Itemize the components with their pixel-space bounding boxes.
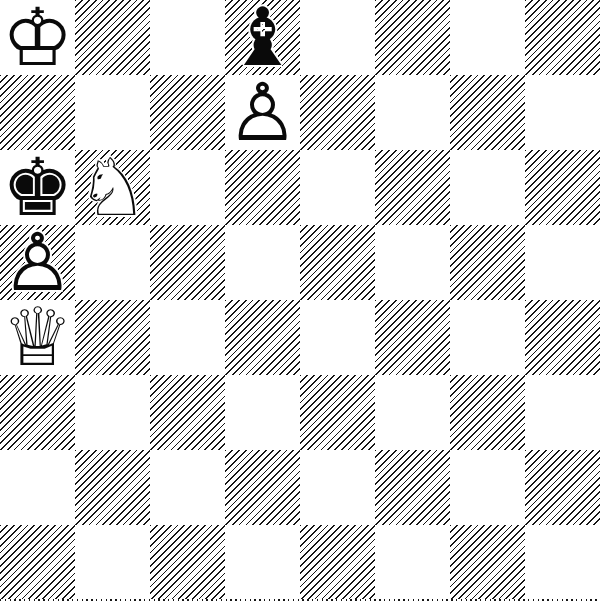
piece-fill: ♛ [0,300,75,375]
square-d3[interactable] [225,375,300,450]
square-d6[interactable] [225,150,300,225]
square-c1[interactable] [150,525,225,600]
piece-fill: ♝ [225,0,300,75]
square-h1[interactable] [525,525,600,600]
square-g7[interactable] [450,75,525,150]
square-g4[interactable] [450,300,525,375]
square-h7[interactable] [525,75,600,150]
square-a2[interactable] [0,450,75,525]
square-h5[interactable] [525,225,600,300]
piece-glyph: ♙ [225,75,300,150]
white-king: ♚♔ [0,0,75,75]
square-b7[interactable] [75,75,150,150]
square-b3[interactable] [75,375,150,450]
piece-glyph: ♘ [75,150,150,225]
square-g2[interactable] [450,450,525,525]
square-e2[interactable] [300,450,375,525]
square-a1[interactable] [0,525,75,600]
square-d4[interactable] [225,300,300,375]
white-pawn: ♟♙ [0,225,75,300]
square-f8[interactable] [375,0,450,75]
piece-fill: ♚ [0,150,75,225]
piece-glyph: ♙ [0,225,75,300]
piece-glyph: ♚ [0,150,75,225]
square-e3[interactable] [300,375,375,450]
square-c2[interactable] [150,450,225,525]
square-h8[interactable] [525,0,600,75]
square-a6[interactable]: ♚♚ [0,150,75,225]
square-e8[interactable] [300,0,375,75]
square-d2[interactable] [225,450,300,525]
square-e4[interactable] [300,300,375,375]
square-e7[interactable] [300,75,375,150]
square-f3[interactable] [375,375,450,450]
square-g3[interactable] [450,375,525,450]
square-h4[interactable] [525,300,600,375]
square-a7[interactable] [0,75,75,150]
square-e1[interactable] [300,525,375,600]
chess-board: ♚♔♝♝♟♙♚♚♞♘♟♙♛♕ [0,0,600,600]
white-knight: ♞♘ [75,150,150,225]
square-e6[interactable] [300,150,375,225]
square-b8[interactable] [75,0,150,75]
square-c7[interactable] [150,75,225,150]
square-b1[interactable] [75,525,150,600]
square-g6[interactable] [450,150,525,225]
chess-diagram: ♚♔♝♝♟♙♚♚♞♘♟♙♛♕ [0,0,600,601]
square-f4[interactable] [375,300,450,375]
square-f5[interactable] [375,225,450,300]
square-g5[interactable] [450,225,525,300]
square-d5[interactable] [225,225,300,300]
square-b4[interactable] [75,300,150,375]
square-b6[interactable]: ♞♘ [75,150,150,225]
square-b5[interactable] [75,225,150,300]
square-c8[interactable] [150,0,225,75]
piece-glyph: ♔ [0,0,75,75]
square-c5[interactable] [150,225,225,300]
square-d8[interactable]: ♝♝ [225,0,300,75]
black-king: ♚♚ [0,150,75,225]
square-d1[interactable] [225,525,300,600]
square-c4[interactable] [150,300,225,375]
square-h6[interactable] [525,150,600,225]
square-f1[interactable] [375,525,450,600]
black-bishop: ♝♝ [225,0,300,75]
square-h3[interactable] [525,375,600,450]
square-f7[interactable] [375,75,450,150]
square-g8[interactable] [450,0,525,75]
square-c3[interactable] [150,375,225,450]
square-a5[interactable]: ♟♙ [0,225,75,300]
piece-glyph: ♝ [225,0,300,75]
white-pawn: ♟♙ [225,75,300,150]
square-e5[interactable] [300,225,375,300]
square-g1[interactable] [450,525,525,600]
square-a3[interactable] [0,375,75,450]
square-a8[interactable]: ♚♔ [0,0,75,75]
square-f6[interactable] [375,150,450,225]
piece-fill: ♟ [0,225,75,300]
square-c6[interactable] [150,150,225,225]
square-d7[interactable]: ♟♙ [225,75,300,150]
piece-fill: ♞ [75,150,150,225]
piece-fill: ♚ [0,0,75,75]
square-f2[interactable] [375,450,450,525]
piece-glyph: ♕ [0,300,75,375]
square-h2[interactable] [525,450,600,525]
white-queen: ♛♕ [0,300,75,375]
piece-fill: ♟ [225,75,300,150]
square-b2[interactable] [75,450,150,525]
square-a4[interactable]: ♛♕ [0,300,75,375]
